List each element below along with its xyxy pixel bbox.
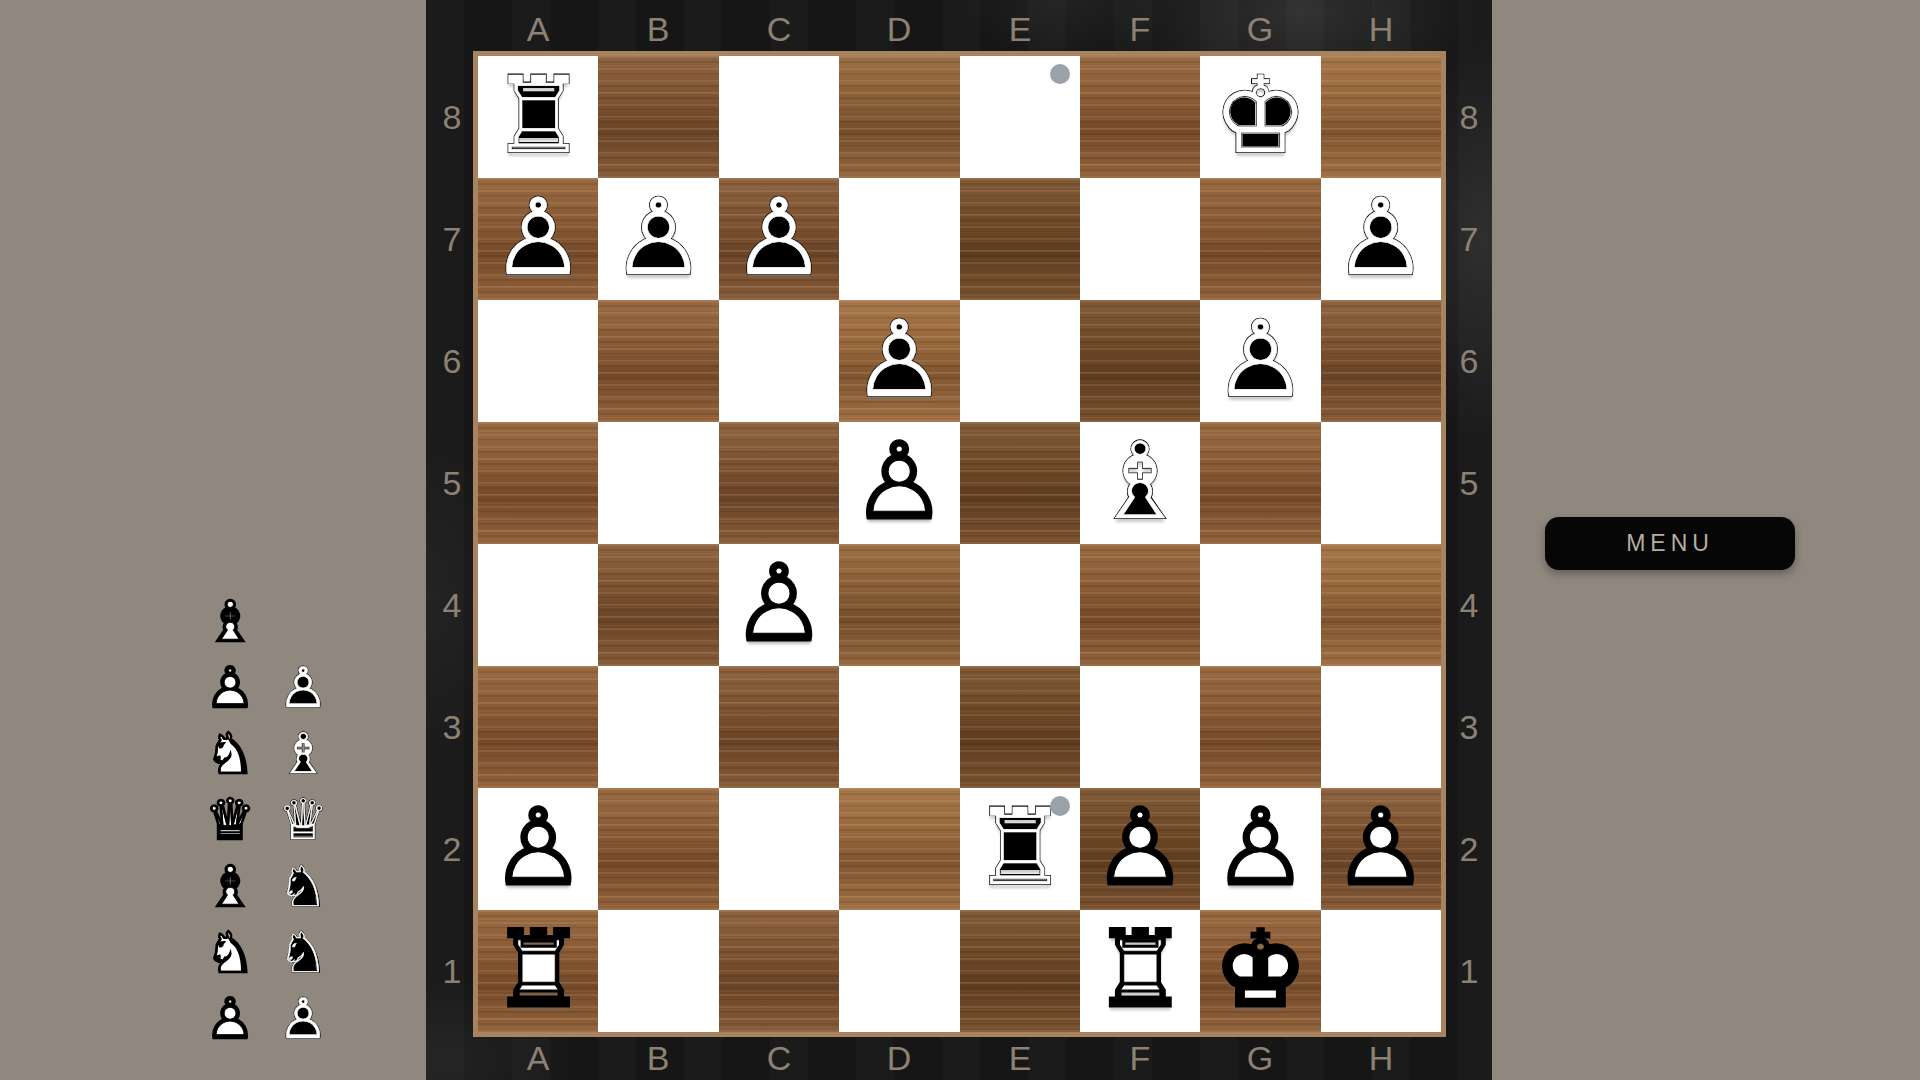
rank-label-left-1: 1 bbox=[422, 950, 482, 992]
rank-label-right-2: 2 bbox=[1439, 828, 1499, 870]
rank-label-left-6: 6 bbox=[422, 340, 482, 382]
piece-black-king-g8[interactable]: ♚♔ bbox=[1200, 56, 1320, 178]
captured-black-knight: ♞♘ bbox=[270, 855, 336, 921]
piece-glyph: ♟ bbox=[1080, 788, 1200, 910]
piece-glyph-detail: ♙ bbox=[719, 178, 839, 300]
square-h3[interactable] bbox=[1321, 666, 1441, 788]
square-h6[interactable] bbox=[1321, 300, 1441, 422]
square-f6[interactable] bbox=[1080, 300, 1200, 422]
square-a1[interactable]: ♜♖ bbox=[478, 910, 598, 1032]
piece-black-rook-a8[interactable]: ♜♖ bbox=[478, 56, 598, 178]
menu-button[interactable]: MENU bbox=[1545, 517, 1795, 570]
square-g3[interactable] bbox=[1200, 666, 1320, 788]
file-label-top-a: A bbox=[508, 8, 568, 50]
rank-label-left-3: 3 bbox=[422, 706, 482, 748]
square-e3[interactable] bbox=[960, 666, 1080, 788]
square-b1[interactable] bbox=[598, 910, 718, 1032]
piece-black-bishop-f5[interactable]: ♝♗ bbox=[1080, 422, 1200, 544]
piece-glyph-detail: ♗ bbox=[1080, 422, 1200, 544]
piece-glyph: ♟ bbox=[1200, 300, 1320, 422]
piece-glyph-detail: ♘ bbox=[197, 722, 263, 788]
piece-glyph-detail: ♕ bbox=[270, 788, 336, 854]
piece-glyph-detail: ♙ bbox=[478, 178, 598, 300]
square-g7[interactable] bbox=[1200, 178, 1320, 300]
piece-glyph: ♜ bbox=[478, 910, 598, 1032]
piece-glyph-detail: ♘ bbox=[197, 921, 263, 987]
app-screen: ♜♖♚♔♟♙♟♙♟♙♟♙♟♙♟♙♟♙♝♗♟♙♟♙♜♖♟♙♟♙♟♙♜♖♜♖♚♔ A… bbox=[0, 0, 1920, 1080]
piece-glyph-detail: ♙ bbox=[197, 656, 263, 722]
captured-white-bishop: ♝♗ bbox=[197, 855, 263, 921]
piece-glyph-detail: ♔ bbox=[1200, 910, 1320, 1032]
square-f7[interactable] bbox=[1080, 178, 1200, 300]
captured-white-knight: ♞♘ bbox=[197, 722, 263, 788]
rank-label-right-3: 3 bbox=[1439, 706, 1499, 748]
square-c6[interactable] bbox=[719, 300, 839, 422]
piece-white-pawn-f2[interactable]: ♟♙ bbox=[1080, 788, 1200, 910]
square-g2[interactable]: ♟♙ bbox=[1200, 788, 1320, 910]
piece-glyph-detail: ♙ bbox=[270, 987, 336, 1053]
piece-white-pawn-a2[interactable]: ♟♙ bbox=[478, 788, 598, 910]
square-f2[interactable]: ♟♙ bbox=[1080, 788, 1200, 910]
piece-glyph: ♟ bbox=[719, 544, 839, 666]
square-f4[interactable] bbox=[1080, 544, 1200, 666]
captured-white-bishop: ♝♗ bbox=[197, 590, 263, 656]
square-f5[interactable]: ♝♗ bbox=[1080, 422, 1200, 544]
file-label-bottom-g: G bbox=[1230, 1037, 1290, 1079]
square-c7[interactable]: ♟♙ bbox=[719, 178, 839, 300]
piece-white-rook-a1[interactable]: ♜♖ bbox=[478, 910, 598, 1032]
piece-glyph-detail: ♙ bbox=[839, 300, 959, 422]
file-label-bottom-e: E bbox=[990, 1037, 1050, 1079]
rank-label-right-7: 7 bbox=[1439, 218, 1499, 260]
piece-glyph: ♟ bbox=[598, 178, 718, 300]
piece-black-pawn-b7[interactable]: ♟♙ bbox=[598, 178, 718, 300]
rank-label-right-4: 4 bbox=[1439, 584, 1499, 626]
last-move-dot-e2 bbox=[1050, 796, 1070, 816]
square-e6[interactable] bbox=[960, 300, 1080, 422]
piece-glyph: ♟ bbox=[1321, 788, 1441, 910]
square-c5[interactable] bbox=[719, 422, 839, 544]
piece-glyph-detail: ♕ bbox=[197, 788, 263, 854]
piece-glyph-detail: ♖ bbox=[478, 56, 598, 178]
square-d2[interactable] bbox=[839, 788, 959, 910]
square-d6[interactable]: ♟♙ bbox=[839, 300, 959, 422]
chess-board: ♜♖♚♔♟♙♟♙♟♙♟♙♟♙♟♙♟♙♝♗♟♙♟♙♜♖♟♙♟♙♟♙♜♖♜♖♚♔ bbox=[473, 51, 1446, 1037]
square-d7[interactable] bbox=[839, 178, 959, 300]
square-h4[interactable] bbox=[1321, 544, 1441, 666]
captured-black-queen: ♛♕ bbox=[270, 788, 336, 854]
captured-white-knight: ♞♘ bbox=[197, 921, 263, 987]
file-label-top-g: G bbox=[1230, 8, 1290, 50]
square-b8[interactable] bbox=[598, 56, 718, 178]
square-d3[interactable] bbox=[839, 666, 959, 788]
square-c4[interactable]: ♟♙ bbox=[719, 544, 839, 666]
square-c1[interactable] bbox=[719, 910, 839, 1032]
square-h1[interactable] bbox=[1321, 910, 1441, 1032]
square-a7[interactable]: ♟♙ bbox=[478, 178, 598, 300]
piece-glyph-detail: ♔ bbox=[1200, 56, 1320, 178]
piece-glyph: ♟ bbox=[478, 788, 598, 910]
piece-glyph-detail: ♗ bbox=[270, 722, 336, 788]
square-b4[interactable] bbox=[598, 544, 718, 666]
piece-glyph-detail: ♘ bbox=[270, 921, 336, 987]
square-d4[interactable] bbox=[839, 544, 959, 666]
captured-black-knight: ♞♘ bbox=[270, 921, 336, 987]
square-e4[interactable] bbox=[960, 544, 1080, 666]
square-f3[interactable] bbox=[1080, 666, 1200, 788]
square-g1[interactable]: ♚♔ bbox=[1200, 910, 1320, 1032]
piece-glyph: ♟ bbox=[839, 300, 959, 422]
file-label-top-f: F bbox=[1110, 8, 1170, 50]
piece-glyph-detail: ♙ bbox=[270, 656, 336, 722]
piece-glyph: ♜ bbox=[1080, 910, 1200, 1032]
file-label-bottom-f: F bbox=[1110, 1037, 1170, 1079]
piece-glyph-detail: ♗ bbox=[197, 855, 263, 921]
captured-black-pawn: ♟♙ bbox=[270, 987, 336, 1053]
square-e2[interactable]: ♜♖ bbox=[960, 788, 1080, 910]
piece-glyph: ♟ bbox=[839, 422, 959, 544]
rank-label-right-1: 1 bbox=[1439, 950, 1499, 992]
square-a5[interactable] bbox=[478, 422, 598, 544]
piece-white-pawn-g2[interactable]: ♟♙ bbox=[1200, 788, 1320, 910]
square-d8[interactable] bbox=[839, 56, 959, 178]
piece-glyph-detail: ♖ bbox=[1080, 910, 1200, 1032]
square-g4[interactable] bbox=[1200, 544, 1320, 666]
piece-glyph-detail: ♙ bbox=[839, 422, 959, 544]
square-b6[interactable] bbox=[598, 300, 718, 422]
rank-label-left-8: 8 bbox=[422, 96, 482, 138]
piece-glyph-detail: ♖ bbox=[478, 910, 598, 1032]
piece-black-pawn-a7[interactable]: ♟♙ bbox=[478, 178, 598, 300]
square-h2[interactable]: ♟♙ bbox=[1321, 788, 1441, 910]
file-label-bottom-a: A bbox=[508, 1037, 568, 1079]
square-e1[interactable] bbox=[960, 910, 1080, 1032]
file-label-bottom-b: B bbox=[628, 1037, 688, 1079]
square-a3[interactable] bbox=[478, 666, 598, 788]
file-label-bottom-h: H bbox=[1351, 1037, 1411, 1079]
file-label-top-c: C bbox=[749, 8, 809, 50]
file-label-bottom-c: C bbox=[749, 1037, 809, 1079]
captured-black-pawn: ♟♙ bbox=[270, 656, 336, 722]
piece-glyph-detail: ♙ bbox=[1080, 788, 1200, 910]
square-b5[interactable] bbox=[598, 422, 718, 544]
square-g8[interactable]: ♚♔ bbox=[1200, 56, 1320, 178]
square-a2[interactable]: ♟♙ bbox=[478, 788, 598, 910]
piece-black-pawn-h7[interactable]: ♟♙ bbox=[1321, 178, 1441, 300]
square-h8[interactable] bbox=[1321, 56, 1441, 178]
rank-label-left-5: 5 bbox=[422, 462, 482, 504]
piece-white-pawn-h2[interactable]: ♟♙ bbox=[1321, 788, 1441, 910]
square-g6[interactable]: ♟♙ bbox=[1200, 300, 1320, 422]
piece-glyph-detail: ♙ bbox=[478, 788, 598, 910]
square-e8[interactable] bbox=[960, 56, 1080, 178]
square-d1[interactable] bbox=[839, 910, 959, 1032]
piece-glyph-detail: ♙ bbox=[1200, 788, 1320, 910]
piece-glyph-detail: ♙ bbox=[197, 987, 263, 1053]
square-b7[interactable]: ♟♙ bbox=[598, 178, 718, 300]
captured-black-bishop: ♝♗ bbox=[270, 722, 336, 788]
piece-glyph: ♚ bbox=[1200, 56, 1320, 178]
piece-black-pawn-g6[interactable]: ♟♙ bbox=[1200, 300, 1320, 422]
rank-label-right-6: 6 bbox=[1439, 340, 1499, 382]
rank-label-right-8: 8 bbox=[1439, 96, 1499, 138]
square-b2[interactable] bbox=[598, 788, 718, 910]
file-label-top-h: H bbox=[1351, 8, 1411, 50]
piece-glyph-detail: ♙ bbox=[598, 178, 718, 300]
piece-glyph: ♜ bbox=[478, 56, 598, 178]
square-c2[interactable] bbox=[719, 788, 839, 910]
captured-white-pawn: ♟♙ bbox=[197, 987, 263, 1053]
piece-glyph-detail: ♙ bbox=[1200, 300, 1320, 422]
square-g5[interactable] bbox=[1200, 422, 1320, 544]
file-label-bottom-d: D bbox=[869, 1037, 929, 1079]
piece-glyph: ♚ bbox=[1200, 910, 1320, 1032]
file-label-top-d: D bbox=[869, 8, 929, 50]
rank-label-right-5: 5 bbox=[1439, 462, 1499, 504]
rank-label-left-2: 2 bbox=[422, 828, 482, 870]
captured-white-pawn: ♟♙ bbox=[197, 656, 263, 722]
square-b3[interactable] bbox=[598, 666, 718, 788]
piece-glyph-detail: ♗ bbox=[197, 590, 263, 656]
piece-white-pawn-c4[interactable]: ♟♙ bbox=[719, 544, 839, 666]
last-move-dot-e8 bbox=[1050, 64, 1070, 84]
piece-black-pawn-c7[interactable]: ♟♙ bbox=[719, 178, 839, 300]
piece-white-pawn-d5[interactable]: ♟♙ bbox=[839, 422, 959, 544]
square-c3[interactable] bbox=[719, 666, 839, 788]
captured-white-queen: ♛♕ bbox=[197, 788, 263, 854]
file-label-top-b: B bbox=[628, 8, 688, 50]
rank-label-left-4: 4 bbox=[422, 584, 482, 626]
square-e7[interactable] bbox=[960, 178, 1080, 300]
piece-glyph: ♟ bbox=[1321, 178, 1441, 300]
piece-white-rook-f1[interactable]: ♜♖ bbox=[1080, 910, 1200, 1032]
piece-glyph: ♟ bbox=[1200, 788, 1320, 910]
piece-glyph: ♟ bbox=[719, 178, 839, 300]
piece-black-pawn-d6[interactable]: ♟♙ bbox=[839, 300, 959, 422]
piece-glyph-detail: ♘ bbox=[270, 855, 336, 921]
square-a4[interactable] bbox=[478, 544, 598, 666]
piece-white-king-g1[interactable]: ♚♔ bbox=[1200, 910, 1320, 1032]
rank-label-left-7: 7 bbox=[422, 218, 482, 260]
square-c8[interactable] bbox=[719, 56, 839, 178]
piece-glyph-detail: ♙ bbox=[1321, 788, 1441, 910]
piece-glyph-detail: ♙ bbox=[719, 544, 839, 666]
square-h5[interactable] bbox=[1321, 422, 1441, 544]
piece-glyph: ♟ bbox=[478, 178, 598, 300]
piece-glyph-detail: ♙ bbox=[1321, 178, 1441, 300]
square-f8[interactable] bbox=[1080, 56, 1200, 178]
piece-glyph: ♝ bbox=[1080, 422, 1200, 544]
square-e5[interactable] bbox=[960, 422, 1080, 544]
square-a6[interactable] bbox=[478, 300, 598, 422]
square-a8[interactable]: ♜♖ bbox=[478, 56, 598, 178]
square-h7[interactable]: ♟♙ bbox=[1321, 178, 1441, 300]
square-d5[interactable]: ♟♙ bbox=[839, 422, 959, 544]
square-f1[interactable]: ♜♖ bbox=[1080, 910, 1200, 1032]
file-label-top-e: E bbox=[990, 8, 1050, 50]
